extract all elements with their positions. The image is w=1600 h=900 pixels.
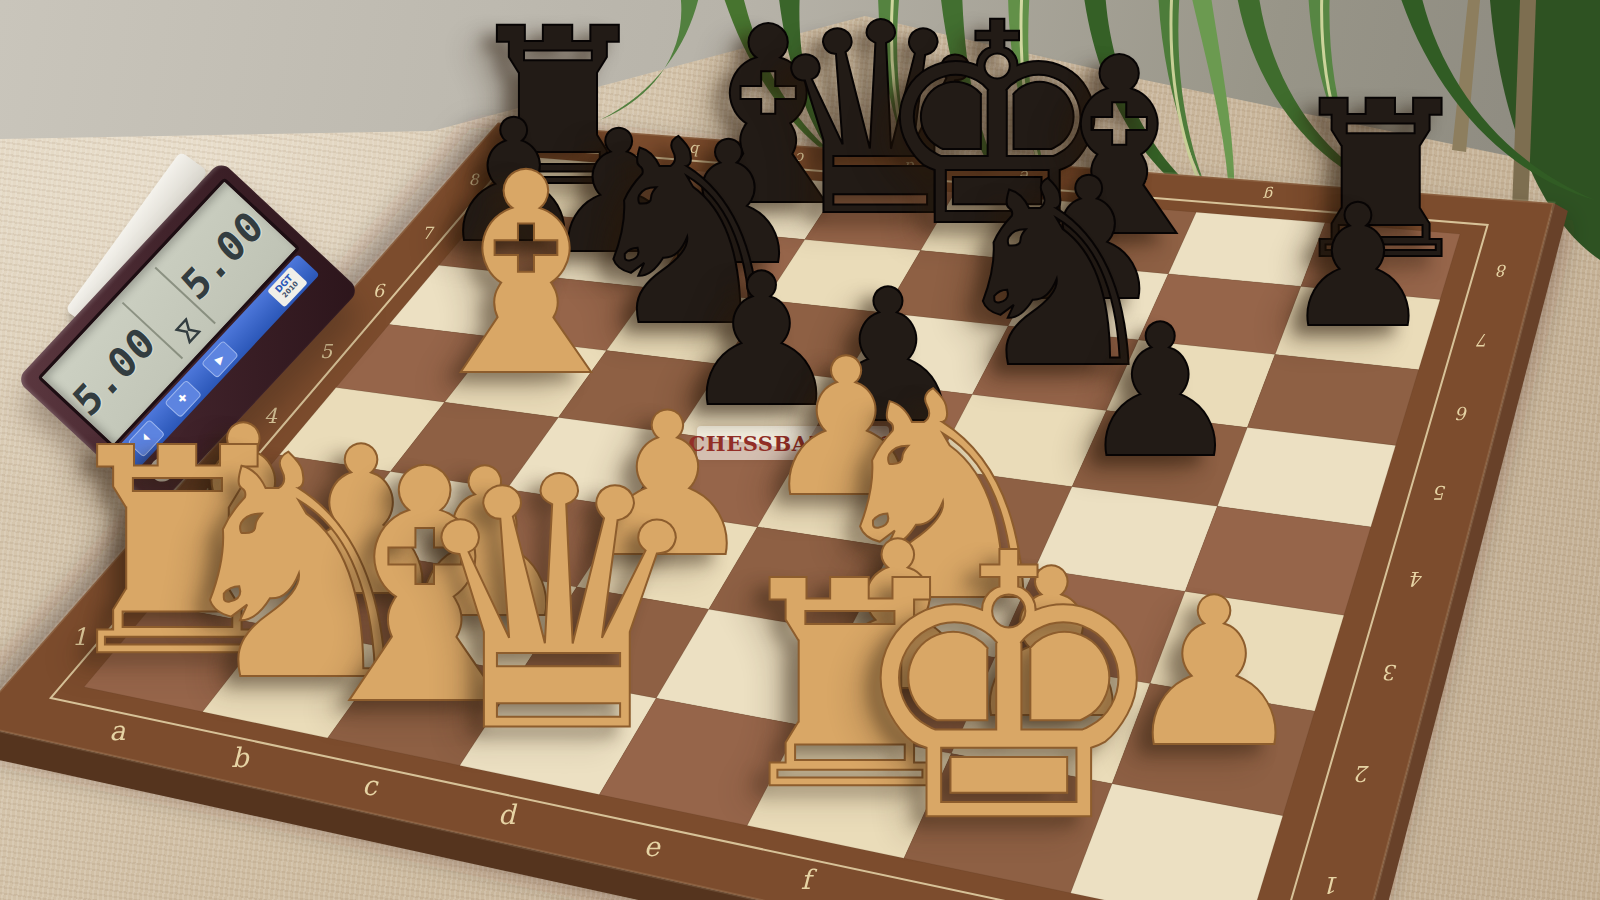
rank-label-left-8: 8 [469, 171, 480, 189]
file-label-bottom-d: d [498, 799, 518, 830]
file-label-bottom-e: e [644, 831, 662, 862]
rank-label-left-1: 1 [72, 623, 87, 651]
file-label-bottom-a: a [109, 715, 126, 746]
rank-label-left-2: 2 [140, 545, 156, 571]
rank-label-right-3: 3 [1383, 660, 1398, 684]
file-label-bottom-b: b [231, 742, 250, 773]
rank-label-right-4: 4 [1411, 567, 1424, 591]
photo-scene: aabbccddeeffgghh1122334455667788 ♜♝♛♚♝♜♟… [0, 0, 1600, 900]
square-h8 [1301, 223, 1460, 300]
dgt-logo: DGT [145, 453, 179, 487]
rank-label-right-1: 1 [1325, 872, 1340, 898]
chessbazaar-watermark: CHESSBAZAAR® [697, 426, 889, 460]
rank-label-right-5: 5 [1433, 482, 1447, 504]
rank-label-right-2: 2 [1354, 761, 1370, 786]
rank-label-right-6: 6 [1456, 403, 1469, 424]
file-label-bottom-c: c [362, 770, 379, 801]
file-label-top-h: h [1394, 197, 1404, 215]
left-time: 5.00 [65, 317, 164, 425]
rank-label-left-3: 3 [204, 472, 220, 497]
right-time: 5.00 [173, 201, 272, 309]
file-label-top-d: d [904, 158, 915, 176]
file-label-top-e: e [1019, 167, 1029, 185]
file-label-top-b: b [690, 141, 701, 159]
rank-label-left-6: 6 [373, 280, 386, 301]
file-label-top-a: a [590, 133, 599, 151]
square-g8 [1168, 212, 1325, 286]
rank-label-left-4: 4 [264, 404, 278, 428]
rank-label-left-5: 5 [320, 340, 334, 363]
